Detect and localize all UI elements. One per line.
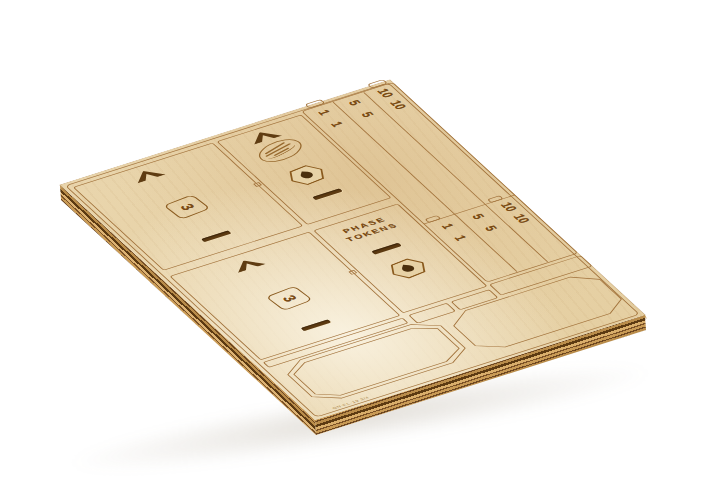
droplet-icon xyxy=(300,171,314,178)
panel-number-label: 3 xyxy=(278,293,301,304)
panel-number-label: 3 xyxy=(175,202,198,213)
product-photo-scene: 3 3 PHASE TOKENS 10 10 5 5 1 xyxy=(0,0,720,480)
droplet-icon xyxy=(401,265,415,272)
